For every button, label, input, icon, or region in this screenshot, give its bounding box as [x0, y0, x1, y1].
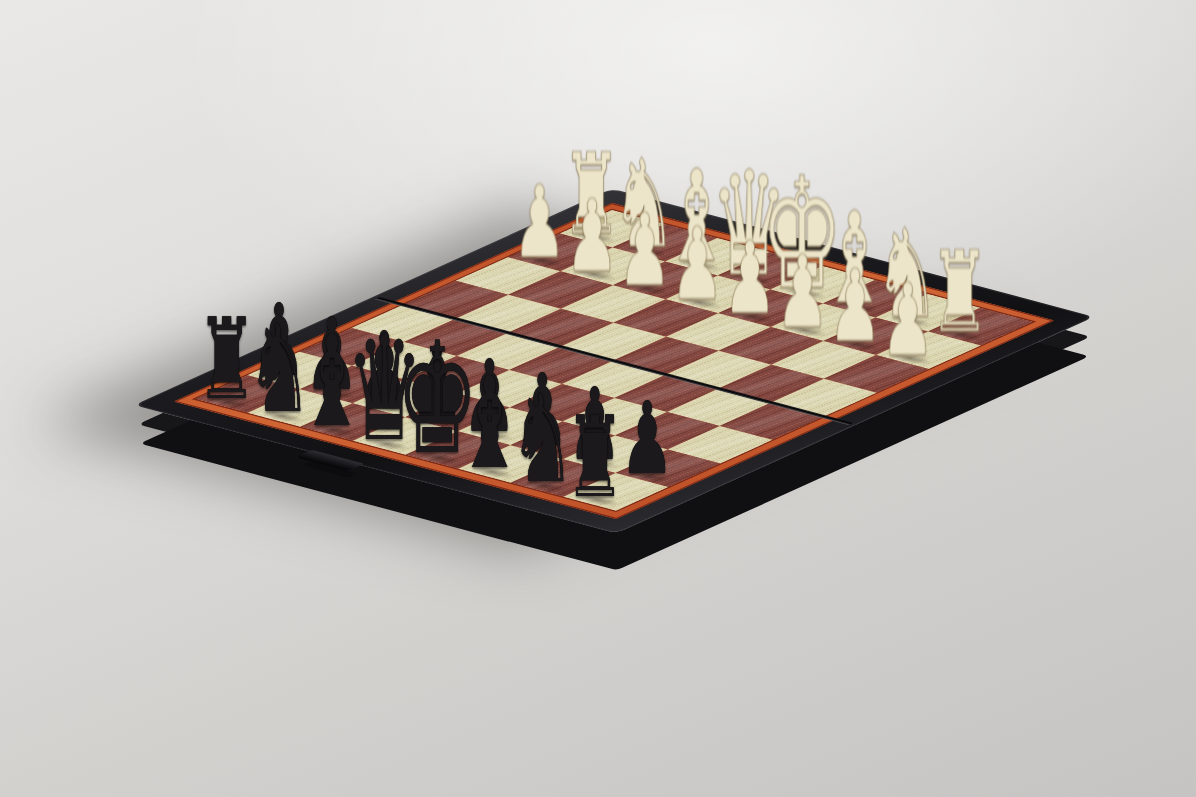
chess-board: ♜♞♝♛♚♝♞♜♟♟♟♟♟♟♟♟♟♟♟♟♟♟♟♟♜♞♝♛♚♝♞♜	[134, 189, 1094, 534]
photo-backdrop: ♜♞♝♛♚♝♞♜♟♟♟♟♟♟♟♟♟♟♟♟♟♟♟♟♜♞♝♛♚♝♞♜	[0, 0, 1196, 797]
white-pawn[interactable]: ♟	[828, 268, 882, 346]
white-pawn[interactable]: ♟	[565, 198, 619, 276]
black-rook[interactable]: ♜	[565, 414, 625, 501]
white-pawn[interactable]: ♟	[670, 226, 724, 304]
black-pawn[interactable]: ♟	[620, 400, 674, 478]
white-pawn[interactable]: ♟	[618, 212, 672, 290]
white-pawn[interactable]: ♟	[513, 184, 567, 262]
white-pawn[interactable]: ♟	[881, 282, 935, 360]
white-rook[interactable]: ♜	[930, 249, 990, 336]
white-pawn[interactable]: ♟	[776, 254, 830, 332]
white-pawn[interactable]: ♟	[723, 240, 777, 318]
